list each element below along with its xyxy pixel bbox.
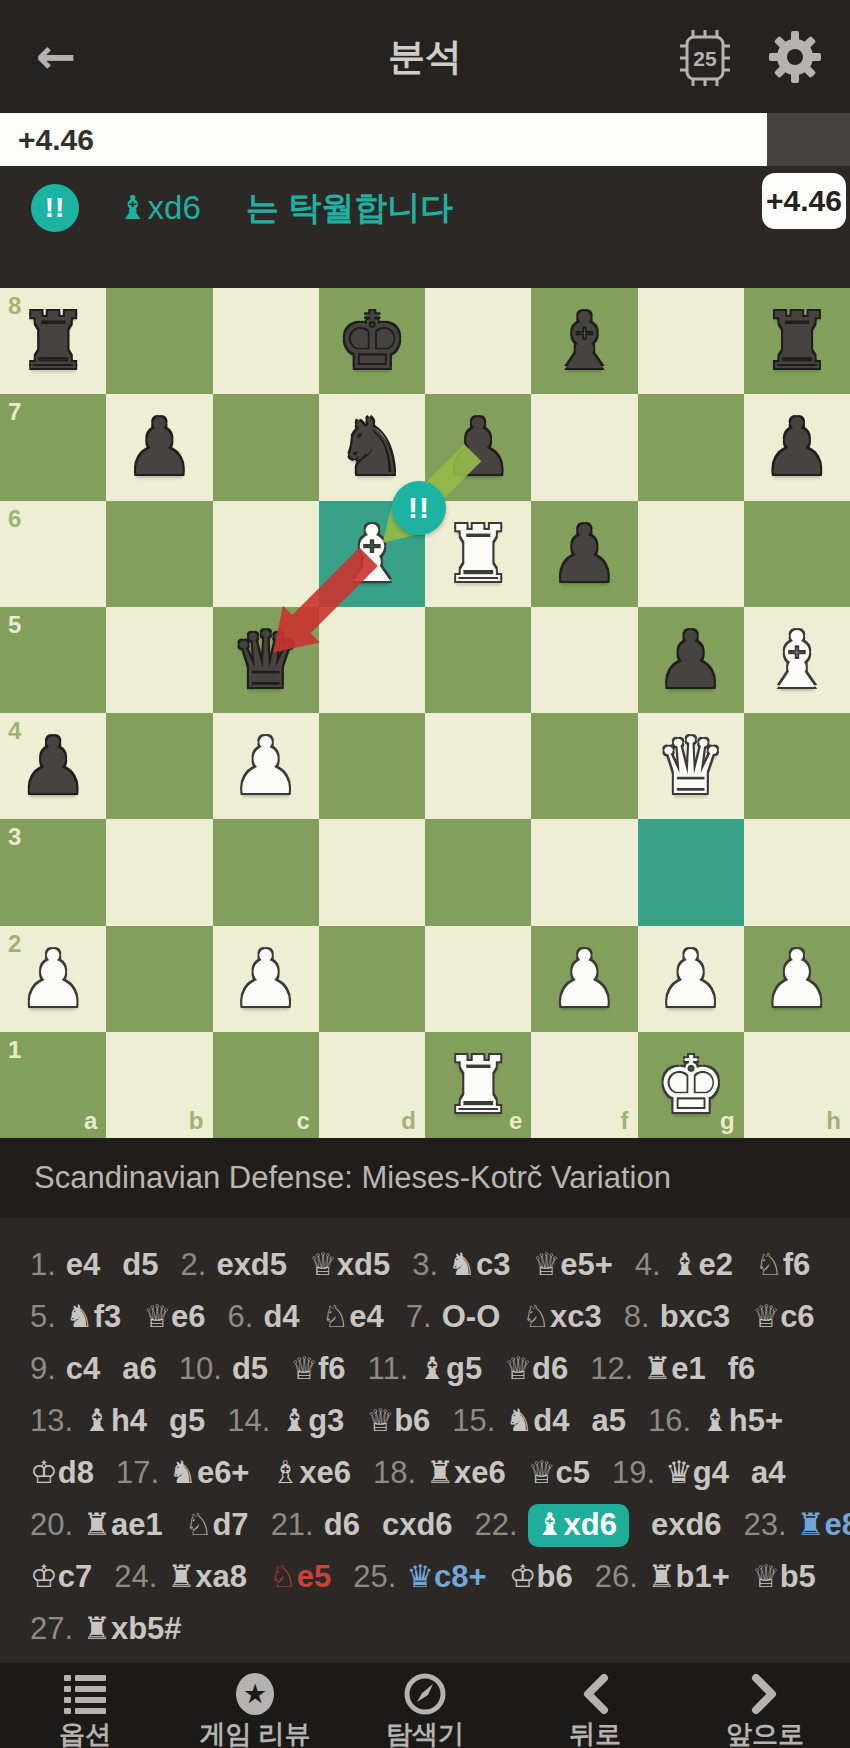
move-red[interactable]: ♘e5	[269, 1559, 331, 1594]
compass-icon	[403, 1673, 447, 1715]
piece-figurine: ♕	[528, 1454, 556, 1490]
opening-name: Scandinavian Defense: Mieses-Kotrč Varia…	[34, 1138, 671, 1218]
move[interactable]: ♔b6	[509, 1559, 573, 1594]
square-c4[interactable]: ♟	[213, 713, 319, 819]
nav-label: 게임 리뷰	[199, 1717, 310, 1748]
move-number: 18.	[373, 1455, 416, 1490]
piece-figurine: ♘	[755, 1246, 783, 1282]
square-e7[interactable]: ♟	[425, 394, 531, 500]
move[interactable]: g5	[169, 1403, 205, 1438]
move[interactable]: ♜xa8	[167, 1559, 247, 1594]
white-pawn-c2[interactable]: ♟	[213, 926, 319, 1032]
rank-label: 7	[8, 398, 21, 426]
piece-figurine: ♕	[143, 1298, 171, 1334]
square-h2[interactable]: ♟	[744, 926, 850, 1032]
square-a5[interactable]: 5	[0, 607, 106, 713]
move-line: 5.♞f3♕e66.d4♘e47.O-O♘xc38.bxc3♕c6	[0, 1290, 850, 1342]
square-a1[interactable]: 1a	[0, 1032, 106, 1138]
svg-text:★: ★	[243, 1678, 267, 1709]
rank-label: 6	[8, 505, 21, 533]
move-number: 11.	[368, 1351, 409, 1386]
piece-figurine: ♞	[505, 1402, 533, 1438]
move-number: 23.	[744, 1507, 787, 1542]
file-label: d	[401, 1107, 416, 1135]
evaluation-bar-white	[0, 113, 767, 166]
square-b6[interactable]	[106, 501, 212, 607]
piece-figurine: ♕	[504, 1350, 532, 1386]
move[interactable]: ♜e1	[643, 1351, 705, 1386]
file-label: h	[826, 1107, 841, 1135]
square-b2[interactable]	[106, 926, 212, 1032]
piece-figurine: ♜	[83, 1506, 111, 1542]
move-number: 16.	[648, 1403, 691, 1438]
square-f3[interactable]	[531, 819, 637, 925]
black-queen-c5[interactable]: ♛	[213, 607, 319, 713]
move-number: 21.	[271, 1507, 314, 1542]
move[interactable]: ♘xc3	[522, 1299, 602, 1334]
move-line: 13.♝h4g514.♝g3♕b615.♞d4a516.♝h5+	[0, 1394, 850, 1446]
square-g6[interactable]	[638, 501, 744, 607]
square-f8[interactable]: ♝	[531, 288, 637, 394]
move[interactable]: ♜ae1	[83, 1507, 163, 1542]
square-g8[interactable]	[638, 288, 744, 394]
move-number: 5.	[30, 1299, 56, 1334]
square-g1[interactable]: g♚	[638, 1032, 744, 1138]
black-pawn-b7[interactable]: ♟	[106, 394, 212, 500]
move[interactable]: ♞d4	[505, 1403, 569, 1438]
file-label: f	[621, 1107, 629, 1135]
square-c8[interactable]	[213, 288, 319, 394]
engine-depth-icon[interactable]: 25	[676, 30, 734, 90]
square-h3[interactable]	[744, 819, 850, 925]
nav-label: 옵션	[59, 1717, 111, 1748]
move[interactable]: ♔c7	[30, 1559, 92, 1594]
square-a3[interactable]: 3	[0, 819, 106, 925]
top-bar: ← 분석 25	[0, 0, 850, 113]
move-line: ♔c724.♜xa8♘e525.♛c8+♔b626.♜b1+♕b5	[0, 1550, 850, 1602]
move[interactable]: ♘d7	[185, 1507, 249, 1542]
nav-item-star-circle[interactable]: ★게임 리뷰	[170, 1663, 340, 1748]
black-pawn-g5[interactable]: ♟	[638, 607, 744, 713]
move-number: 15.	[452, 1403, 495, 1438]
piece-figurine: ♕	[752, 1558, 780, 1594]
black-pawn-h7[interactable]: ♟	[744, 394, 850, 500]
list-icon	[62, 1673, 108, 1715]
analysis-screen: ← 분석 25	[0, 0, 850, 1748]
brilliant-move-badge-icon: !!	[392, 481, 446, 535]
square-b1[interactable]: b	[106, 1032, 212, 1138]
move[interactable]: a5	[591, 1403, 625, 1438]
chevron-right-icon	[748, 1673, 782, 1715]
square-f5[interactable]	[531, 607, 637, 713]
move[interactable]: ♞f3	[66, 1299, 121, 1334]
move[interactable]: ♝g5	[418, 1351, 482, 1386]
black-king-d8[interactable]: ♚	[319, 288, 425, 394]
bottom-nav: 옵션★게임 리뷰탐색기뒤로앞으로	[0, 1663, 850, 1748]
move[interactable]: exd6	[651, 1507, 722, 1542]
piece-figurine: ♜	[648, 1558, 676, 1594]
move-line: ♔d817.♞e6+♗xe618.♜xe6♕c519.♛g4a4	[0, 1446, 850, 1498]
white-rook-e1[interactable]: ♜	[425, 1032, 531, 1138]
evaluation-value: +4.46	[18, 113, 94, 166]
move-line: 9.c4a610.d5♕f611.♝g5♕d612.♜e1f6	[0, 1342, 850, 1394]
move[interactable]: bxc3	[660, 1299, 731, 1334]
white-king-g1[interactable]: ♚	[638, 1032, 744, 1138]
move-number: 22.	[475, 1507, 518, 1542]
piece-figurine: ♛	[406, 1558, 434, 1594]
square-d1[interactable]: d	[319, 1032, 425, 1138]
square-h7[interactable]: ♟	[744, 394, 850, 500]
piece-figurine: ♝	[671, 1246, 699, 1282]
nav-label: 탐색기	[386, 1717, 464, 1748]
evaluation-bar: +4.46	[0, 113, 850, 166]
star-circle-icon: ★	[232, 1673, 278, 1715]
square-g3[interactable]	[638, 819, 744, 925]
white-pawn-h2[interactable]: ♟	[744, 926, 850, 1032]
piece-figurine: ♘	[522, 1298, 550, 1334]
piece-figurine: ♝	[83, 1402, 111, 1438]
piece-figurine: ♝	[280, 1402, 308, 1438]
move[interactable]: ♝h4	[83, 1403, 147, 1438]
move-number: 3.	[412, 1247, 438, 1282]
move-number: 10.	[179, 1351, 222, 1386]
move[interactable]: ♕b6	[366, 1403, 430, 1438]
square-a7[interactable]: 7	[0, 394, 106, 500]
square-f6[interactable]: ♟	[531, 501, 637, 607]
move[interactable]: ♜b1+	[648, 1559, 730, 1594]
move-blue[interactable]: ♜e8+	[797, 1507, 850, 1542]
move[interactable]: ♝h5+	[701, 1403, 783, 1438]
square-c6[interactable]	[213, 501, 319, 607]
piece-figurine: ♕	[532, 1246, 560, 1282]
nav-item-compass[interactable]: 탐색기	[340, 1663, 510, 1748]
bishop-figurine: ♝	[118, 188, 148, 227]
square-a6[interactable]: 6	[0, 501, 106, 607]
move-number: 27.	[30, 1611, 73, 1646]
square-b8[interactable]	[106, 288, 212, 394]
move-number: 4.	[635, 1247, 661, 1282]
square-e5[interactable]	[425, 607, 531, 713]
analysis-move-text: xd6	[148, 189, 201, 226]
move-line: 20.♜ae1♘d721.d6cxd622.♝xd6exd623.♜e8+	[0, 1498, 850, 1550]
move-number: 9.	[30, 1351, 56, 1386]
move[interactable]: ♕f6	[290, 1351, 345, 1386]
svg-text:25: 25	[693, 47, 717, 70]
move-number: 1.	[30, 1247, 56, 1282]
move-number: 6.	[228, 1299, 254, 1334]
square-h6[interactable]	[744, 501, 850, 607]
square-e1[interactable]: e♜	[425, 1032, 531, 1138]
square-b3[interactable]	[106, 819, 212, 925]
square-d3[interactable]	[319, 819, 425, 925]
move[interactable]: a6	[122, 1351, 156, 1386]
opening-bar: Scandinavian Defense: Mieses-Kotrč Varia…	[0, 1138, 850, 1218]
white-pawn-c4[interactable]: ♟	[213, 713, 319, 819]
move[interactable]: c4	[66, 1351, 100, 1386]
move-line: 1.e4d52.exd5♕xd53.♞c3♕e5+4.♝e2♘f6	[0, 1238, 850, 1290]
square-h1[interactable]: h	[744, 1032, 850, 1138]
move[interactable]: d6	[324, 1507, 360, 1542]
piece-figurine: ♜	[797, 1506, 825, 1542]
move[interactable]: ♞e6+	[169, 1455, 249, 1490]
move[interactable]: d5	[122, 1247, 158, 1282]
black-pawn-e7[interactable]: ♟	[425, 394, 531, 500]
move-number: 12.	[590, 1351, 633, 1386]
square-d4[interactable]	[319, 713, 425, 819]
piece-figurine: ♝	[701, 1402, 729, 1438]
square-g5[interactable]: ♟	[638, 607, 744, 713]
square-b4[interactable]	[106, 713, 212, 819]
move-number: 19.	[612, 1455, 655, 1490]
piece-figurine: ♞	[448, 1246, 476, 1282]
move-brilliant[interactable]: ♝xd6	[528, 1504, 629, 1547]
nav-label: 뒤로	[569, 1717, 621, 1748]
square-c7[interactable]	[213, 394, 319, 500]
square-d2[interactable]	[319, 926, 425, 1032]
move-number: 8.	[624, 1299, 650, 1334]
move-number: 25.	[353, 1559, 396, 1594]
chevron-left-icon	[578, 1673, 612, 1715]
piece-figurine: ♕	[366, 1402, 394, 1438]
square-d8[interactable]: ♚	[319, 288, 425, 394]
move[interactable]: ♔d8	[30, 1455, 94, 1490]
move[interactable]: e4	[66, 1247, 100, 1282]
piece-figurine: ♛	[665, 1454, 693, 1490]
move-number: 24.	[114, 1559, 157, 1594]
square-f2[interactable]: ♟	[531, 926, 637, 1032]
move[interactable]: ♘e4	[322, 1299, 384, 1334]
square-e4[interactable]	[425, 713, 531, 819]
move[interactable]: ♝g3	[280, 1403, 344, 1438]
move[interactable]: f6	[728, 1351, 756, 1386]
move[interactable]: d4	[263, 1299, 299, 1334]
piece-figurine: ♞	[169, 1454, 197, 1490]
brilliant-badge-icon: !!	[31, 184, 79, 232]
square-c1[interactable]: c	[213, 1032, 319, 1138]
piece-figurine: ♕	[309, 1246, 337, 1282]
piece-figurine: ♔	[30, 1454, 58, 1490]
settings-gear-icon[interactable]	[767, 29, 823, 89]
black-rook-h8[interactable]: ♜	[744, 288, 850, 394]
move-blue[interactable]: ♛c8+	[406, 1559, 486, 1594]
move[interactable]: ♕b5	[752, 1559, 816, 1594]
square-a4[interactable]: 4♟	[0, 713, 106, 819]
square-e8[interactable]	[425, 288, 531, 394]
square-c2[interactable]: ♟	[213, 926, 319, 1032]
piece-figurine: ♜	[167, 1558, 195, 1594]
move[interactable]: ♕d6	[504, 1351, 568, 1386]
piece-figurine: ♘	[269, 1558, 297, 1594]
file-label: a	[84, 1107, 97, 1135]
square-g2[interactable]: ♟	[638, 926, 744, 1032]
move[interactable]: ♘f6	[755, 1247, 810, 1282]
nav-item-chevron-right[interactable]: 앞으로	[680, 1663, 850, 1748]
square-c3[interactable]	[213, 819, 319, 925]
move[interactable]: O-O	[442, 1299, 501, 1334]
move[interactable]: ♗xe6	[271, 1455, 351, 1490]
white-bishop-h5[interactable]: ♝	[744, 607, 850, 713]
eval-badge[interactable]: +4.46	[762, 173, 846, 229]
move-number: 20.	[30, 1507, 73, 1542]
piece-figurine: ♘	[322, 1298, 350, 1334]
square-e2[interactable]	[425, 926, 531, 1032]
rank-label: 5	[8, 611, 21, 639]
black-rook-a8[interactable]: ♜	[0, 288, 106, 394]
analysis-row: !! ♝xd6 는 탁월합니다 +4.46	[0, 166, 850, 288]
square-f1[interactable]: f	[531, 1032, 637, 1138]
piece-figurine: ♔	[509, 1558, 537, 1594]
black-pawn-a4[interactable]: ♟	[0, 713, 106, 819]
file-label: b	[189, 1107, 204, 1135]
analysis-comment: 는 탁월합니다	[246, 184, 453, 232]
piece-figurine: ♘	[185, 1506, 213, 1542]
piece-figurine: ♜	[426, 1454, 454, 1490]
move[interactable]: ♛g4	[665, 1455, 729, 1490]
square-d5[interactable]	[319, 607, 425, 713]
square-c5[interactable]: ♛	[213, 607, 319, 713]
square-b5[interactable]	[106, 607, 212, 713]
move[interactable]: a4	[751, 1455, 785, 1490]
move[interactable]: cxd6	[382, 1507, 453, 1542]
move-number: 14.	[227, 1403, 270, 1438]
move[interactable]: ♕e5+	[532, 1247, 612, 1282]
rank-label: 3	[8, 823, 21, 851]
piece-figurine: ♝	[536, 1506, 564, 1542]
piece-figurine: ♕	[752, 1298, 780, 1334]
square-a2[interactable]: 2♟	[0, 926, 106, 1032]
square-e3[interactable]	[425, 819, 531, 925]
white-queen-g4[interactable]: ♛	[638, 713, 744, 819]
move[interactable]: d5	[232, 1351, 268, 1386]
black-bishop-f8[interactable]: ♝	[531, 288, 637, 394]
move[interactable]: ♕xd5	[309, 1247, 390, 1282]
move[interactable]: ♕e6	[143, 1299, 205, 1334]
piece-figurine: ♜	[83, 1610, 111, 1646]
move[interactable]: ♕c5	[528, 1455, 590, 1490]
piece-figurine: ♔	[30, 1558, 58, 1594]
move-number: 26.	[595, 1559, 638, 1594]
white-pawn-f2[interactable]: ♟	[531, 926, 637, 1032]
square-g7[interactable]	[638, 394, 744, 500]
square-a8[interactable]: 8♜	[0, 288, 106, 394]
move[interactable]: ♕c6	[752, 1299, 814, 1334]
nav-item-chevron-left[interactable]: 뒤로	[510, 1663, 680, 1748]
square-h8[interactable]: ♜	[744, 288, 850, 394]
piece-figurine: ♕	[290, 1350, 318, 1386]
chess-board: 8♜♚♝♜7♟♞♟♟6♝♜♟5♛♟♝4♟♟♛32♟♟♟♟♟1abcde♜fg♚h	[0, 288, 850, 1138]
move[interactable]: ♜xb5#	[83, 1611, 181, 1646]
rank-label: 1	[8, 1036, 21, 1064]
square-h4[interactable]	[744, 713, 850, 819]
square-b7[interactable]: ♟	[106, 394, 212, 500]
piece-figurine: ♗	[271, 1454, 299, 1490]
move-number: 7.	[406, 1299, 432, 1334]
white-pawn-g2[interactable]: ♟	[638, 926, 744, 1032]
nav-item-list[interactable]: 옵션	[0, 1663, 170, 1748]
white-pawn-a2[interactable]: ♟	[0, 926, 106, 1032]
move-line: 27.♜xb5#	[0, 1602, 850, 1654]
move[interactable]: ♞c3	[448, 1247, 510, 1282]
move-number: 2.	[181, 1247, 207, 1282]
move[interactable]: ♝e2	[671, 1247, 733, 1282]
move[interactable]: exd5	[216, 1247, 287, 1282]
black-pawn-f6[interactable]: ♟	[531, 501, 637, 607]
square-g4[interactable]: ♛	[638, 713, 744, 819]
move[interactable]: ♜xe6	[426, 1455, 506, 1490]
nav-label: 앞으로	[726, 1717, 804, 1748]
square-f4[interactable]	[531, 713, 637, 819]
square-h5[interactable]: ♝	[744, 607, 850, 713]
square-f7[interactable]	[531, 394, 637, 500]
piece-figurine: ♜	[643, 1350, 671, 1386]
move-number: 17.	[116, 1455, 159, 1490]
file-label: c	[296, 1107, 309, 1135]
piece-figurine: ♝	[418, 1350, 446, 1386]
move-number: 13.	[30, 1403, 73, 1438]
piece-figurine: ♞	[66, 1298, 94, 1334]
analysis-move: ♝xd6	[118, 184, 201, 232]
move-list: 1.e4d52.exd5♕xd53.♞c3♕e5+4.♝e2♘f65.♞f3♕e…	[0, 1218, 850, 1663]
